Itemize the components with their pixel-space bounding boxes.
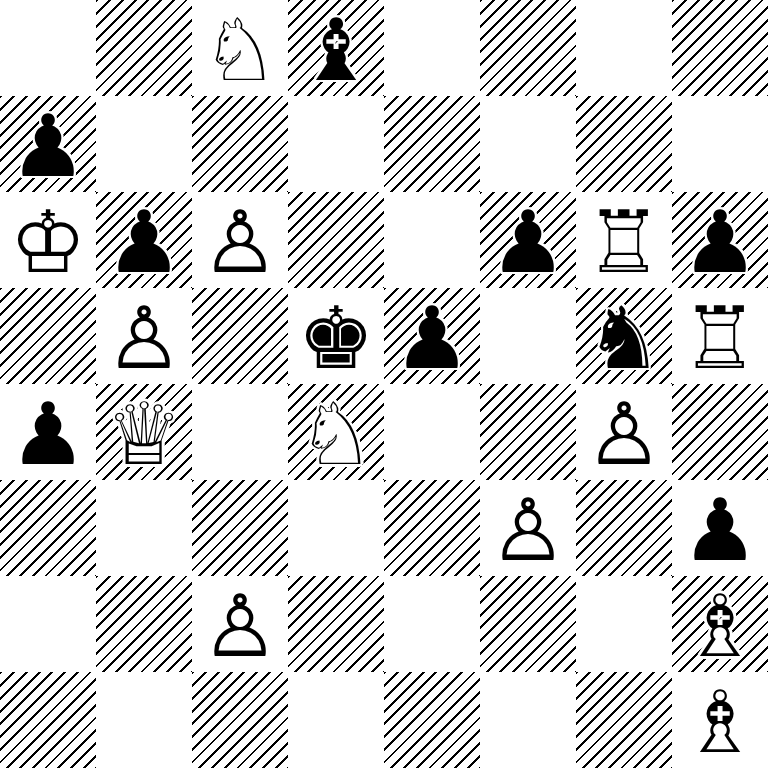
piece-black-pawn[interactable]: ♟	[384, 288, 480, 384]
piece-glyph: ♝	[288, 0, 384, 96]
piece-glyph: ♗	[672, 576, 768, 672]
square-a4[interactable]: ♟	[0, 384, 96, 480]
piece-white-queen[interactable]: ♛♕	[96, 384, 192, 480]
square-f4[interactable]	[480, 384, 576, 480]
square-h8[interactable]	[672, 0, 768, 96]
square-b6[interactable]: ♟	[96, 192, 192, 288]
piece-glyph: ♙	[192, 576, 288, 672]
square-g2[interactable]	[576, 576, 672, 672]
piece-glyph: ♕	[96, 384, 192, 480]
piece-white-knight[interactable]: ♞♘	[288, 384, 384, 480]
square-a3[interactable]	[0, 480, 96, 576]
piece-glyph: ♞	[576, 288, 672, 384]
square-c1[interactable]	[192, 672, 288, 768]
square-e6[interactable]	[384, 192, 480, 288]
piece-glyph: ♘	[192, 0, 288, 96]
piece-black-king[interactable]: ♚	[288, 288, 384, 384]
square-a1[interactable]	[0, 672, 96, 768]
square-e2[interactable]	[384, 576, 480, 672]
piece-white-pawn[interactable]: ♟♙	[192, 192, 288, 288]
piece-black-bishop[interactable]: ♝	[288, 0, 384, 96]
square-d5[interactable]: ♚	[288, 288, 384, 384]
piece-black-pawn[interactable]: ♟	[672, 192, 768, 288]
piece-white-rook[interactable]: ♜♖	[672, 288, 768, 384]
square-d6[interactable]	[288, 192, 384, 288]
piece-black-pawn[interactable]: ♟	[0, 96, 96, 192]
square-d3[interactable]	[288, 480, 384, 576]
piece-glyph: ♟	[480, 192, 576, 288]
square-h1[interactable]: ♝♗	[672, 672, 768, 768]
piece-black-pawn[interactable]: ♟	[480, 192, 576, 288]
square-b3[interactable]	[96, 480, 192, 576]
square-e7[interactable]	[384, 96, 480, 192]
square-g3[interactable]	[576, 480, 672, 576]
piece-white-pawn[interactable]: ♟♙	[96, 288, 192, 384]
square-c3[interactable]	[192, 480, 288, 576]
square-e8[interactable]	[384, 0, 480, 96]
piece-white-bishop[interactable]: ♝♗	[672, 576, 768, 672]
square-c2[interactable]: ♟♙	[192, 576, 288, 672]
square-c4[interactable]	[192, 384, 288, 480]
piece-white-bishop[interactable]: ♝♗	[672, 672, 768, 768]
square-g7[interactable]	[576, 96, 672, 192]
square-c6[interactable]: ♟♙	[192, 192, 288, 288]
square-h4[interactable]	[672, 384, 768, 480]
square-f6[interactable]: ♟	[480, 192, 576, 288]
square-a7[interactable]: ♟	[0, 96, 96, 192]
piece-glyph: ♟	[0, 384, 96, 480]
square-e4[interactable]	[384, 384, 480, 480]
piece-glyph: ♟	[0, 96, 96, 192]
piece-glyph: ♙	[96, 288, 192, 384]
square-a6[interactable]: ♚♔	[0, 192, 96, 288]
square-b4[interactable]: ♛♕	[96, 384, 192, 480]
square-h2[interactable]: ♝♗	[672, 576, 768, 672]
piece-black-pawn[interactable]: ♟	[96, 192, 192, 288]
square-f7[interactable]	[480, 96, 576, 192]
square-h5[interactable]: ♜♖	[672, 288, 768, 384]
piece-white-rook[interactable]: ♜♖	[576, 192, 672, 288]
piece-white-pawn[interactable]: ♟♙	[480, 480, 576, 576]
piece-black-pawn[interactable]: ♟	[672, 480, 768, 576]
square-g5[interactable]: ♞	[576, 288, 672, 384]
square-c8[interactable]: ♞♘	[192, 0, 288, 96]
square-b8[interactable]	[96, 0, 192, 96]
square-f3[interactable]: ♟♙	[480, 480, 576, 576]
square-a8[interactable]	[0, 0, 96, 96]
piece-black-knight[interactable]: ♞	[576, 288, 672, 384]
square-b5[interactable]: ♟♙	[96, 288, 192, 384]
square-b1[interactable]	[96, 672, 192, 768]
square-d8[interactable]: ♝	[288, 0, 384, 96]
square-h3[interactable]: ♟	[672, 480, 768, 576]
piece-white-pawn[interactable]: ♟♙	[192, 576, 288, 672]
square-f8[interactable]	[480, 0, 576, 96]
square-g4[interactable]: ♟♙	[576, 384, 672, 480]
square-f5[interactable]	[480, 288, 576, 384]
piece-glyph: ♙	[480, 480, 576, 576]
square-h6[interactable]: ♟	[672, 192, 768, 288]
square-e1[interactable]	[384, 672, 480, 768]
square-g8[interactable]	[576, 0, 672, 96]
square-a2[interactable]	[0, 576, 96, 672]
square-c5[interactable]	[192, 288, 288, 384]
piece-glyph: ♖	[576, 192, 672, 288]
square-f1[interactable]	[480, 672, 576, 768]
piece-black-pawn[interactable]: ♟	[0, 384, 96, 480]
square-d1[interactable]	[288, 672, 384, 768]
piece-glyph: ♟	[672, 192, 768, 288]
square-h7[interactable]	[672, 96, 768, 192]
square-d7[interactable]	[288, 96, 384, 192]
piece-glyph: ♙	[192, 192, 288, 288]
square-e3[interactable]	[384, 480, 480, 576]
square-g6[interactable]: ♜♖	[576, 192, 672, 288]
piece-glyph: ♟	[96, 192, 192, 288]
piece-glyph: ♚	[288, 288, 384, 384]
square-d2[interactable]	[288, 576, 384, 672]
piece-white-king[interactable]: ♚♔	[0, 192, 96, 288]
piece-glyph: ♙	[576, 384, 672, 480]
square-f2[interactable]	[480, 576, 576, 672]
square-b7[interactable]	[96, 96, 192, 192]
square-a5[interactable]	[0, 288, 96, 384]
piece-glyph: ♖	[672, 288, 768, 384]
piece-glyph: ♘	[288, 384, 384, 480]
piece-glyph: ♔	[0, 192, 96, 288]
piece-glyph: ♟	[672, 480, 768, 576]
chess-board: ♞♘♝♟♚♔♟♟♙♟♜♖♟♟♙♚♟♞♜♖♟♛♕♞♘♟♙♟♙♟♟♙♝♗♝♗	[0, 0, 768, 768]
square-b2[interactable]	[96, 576, 192, 672]
square-g1[interactable]	[576, 672, 672, 768]
square-e5[interactable]: ♟	[384, 288, 480, 384]
piece-glyph: ♗	[672, 672, 768, 768]
square-d4[interactable]: ♞♘	[288, 384, 384, 480]
piece-glyph: ♟	[384, 288, 480, 384]
piece-white-pawn[interactable]: ♟♙	[576, 384, 672, 480]
piece-white-knight[interactable]: ♞♘	[192, 0, 288, 96]
square-c7[interactable]	[192, 96, 288, 192]
